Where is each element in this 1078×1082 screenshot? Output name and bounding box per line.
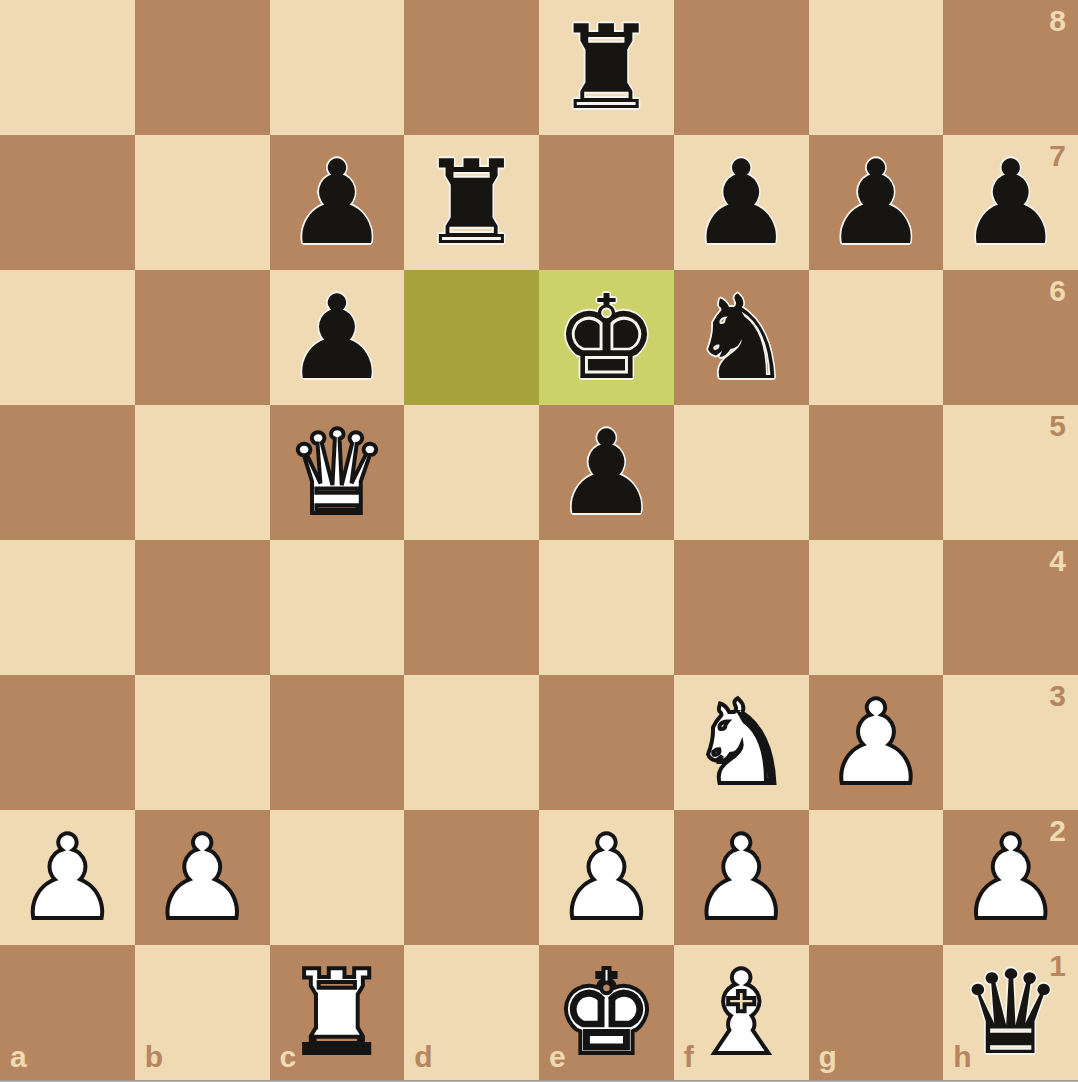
square-h5[interactable]: 5 [943,405,1078,540]
square-g1[interactable]: g [809,945,944,1080]
rank-label-3: 3 [1049,679,1066,713]
white-pawn[interactable]: ♟ [943,810,1078,945]
black-king[interactable]: ♚ [539,270,674,405]
square-a5[interactable] [0,405,135,540]
white-knight[interactable]: ♞ [674,675,809,810]
square-d6[interactable] [404,270,539,405]
square-e2[interactable]: ♟ [539,810,674,945]
black-pawn[interactable]: ♟ [270,135,405,270]
square-a1[interactable]: a [0,945,135,1080]
white-pawn[interactable]: ♟ [135,810,270,945]
square-h6[interactable]: 6 [943,270,1078,405]
white-rook[interactable]: ♜ [270,945,405,1080]
square-c3[interactable] [270,675,405,810]
square-d3[interactable] [404,675,539,810]
square-g3[interactable]: ♟ [809,675,944,810]
rank-label-5: 5 [1049,409,1066,443]
file-label-b: b [145,1040,163,1074]
square-a2[interactable]: ♟ [0,810,135,945]
file-label-d: d [414,1040,432,1074]
square-g8[interactable] [809,0,944,135]
black-pawn[interactable]: ♟ [674,135,809,270]
white-pawn[interactable]: ♟ [539,810,674,945]
square-b6[interactable] [135,270,270,405]
white-king[interactable]: ♚ [539,945,674,1080]
square-b4[interactable] [135,540,270,675]
white-pawn[interactable]: ♟ [674,810,809,945]
square-f7[interactable]: ♟ [674,135,809,270]
square-f6[interactable]: ♞ [674,270,809,405]
chess-board: ♜8♟♜♟♟7♟♟♚♞6♛♟54♞♟3♟♟♟♟2♟abc♜de♚f♝g1h♛ [0,0,1078,1080]
square-f1[interactable]: f♝ [674,945,809,1080]
black-pawn[interactable]: ♟ [809,135,944,270]
square-c5[interactable]: ♛ [270,405,405,540]
square-f4[interactable] [674,540,809,675]
square-g7[interactable]: ♟ [809,135,944,270]
square-d5[interactable] [404,405,539,540]
square-d4[interactable] [404,540,539,675]
square-h4[interactable]: 4 [943,540,1078,675]
square-g4[interactable] [809,540,944,675]
square-h8[interactable]: 8 [943,0,1078,135]
square-g2[interactable] [809,810,944,945]
square-a3[interactable] [0,675,135,810]
square-a4[interactable] [0,540,135,675]
square-c2[interactable] [270,810,405,945]
square-d8[interactable] [404,0,539,135]
square-e5[interactable]: ♟ [539,405,674,540]
square-d1[interactable]: d [404,945,539,1080]
square-e6[interactable]: ♚ [539,270,674,405]
black-rook[interactable]: ♜ [539,0,674,135]
file-label-a: a [10,1040,27,1074]
square-h7[interactable]: 7♟ [943,135,1078,270]
white-pawn[interactable]: ♟ [809,675,944,810]
square-f3[interactable]: ♞ [674,675,809,810]
square-e1[interactable]: e♚ [539,945,674,1080]
square-b2[interactable]: ♟ [135,810,270,945]
square-d7[interactable]: ♜ [404,135,539,270]
square-d2[interactable] [404,810,539,945]
square-c4[interactable] [270,540,405,675]
black-rook[interactable]: ♜ [404,135,539,270]
square-f8[interactable] [674,0,809,135]
square-b7[interactable] [135,135,270,270]
square-b3[interactable] [135,675,270,810]
white-bishop[interactable]: ♝ [674,945,809,1080]
square-e7[interactable] [539,135,674,270]
square-g6[interactable] [809,270,944,405]
square-e3[interactable] [539,675,674,810]
square-c6[interactable]: ♟ [270,270,405,405]
white-pawn[interactable]: ♟ [0,810,135,945]
black-knight[interactable]: ♞ [674,270,809,405]
black-pawn[interactable]: ♟ [270,270,405,405]
rank-label-4: 4 [1049,544,1066,578]
square-a8[interactable] [0,0,135,135]
square-a6[interactable] [0,270,135,405]
square-f5[interactable] [674,405,809,540]
square-e8[interactable]: ♜ [539,0,674,135]
white-queen[interactable]: ♛ [270,405,405,540]
square-h1[interactable]: 1h♛ [943,945,1078,1080]
square-h3[interactable]: 3 [943,675,1078,810]
black-queen[interactable]: ♛ [943,945,1078,1080]
file-label-g: g [819,1040,837,1074]
rank-label-8: 8 [1049,4,1066,38]
square-c7[interactable]: ♟ [270,135,405,270]
square-c8[interactable] [270,0,405,135]
black-pawn[interactable]: ♟ [943,135,1078,270]
black-pawn[interactable]: ♟ [539,405,674,540]
square-g5[interactable] [809,405,944,540]
square-b1[interactable]: b [135,945,270,1080]
square-a7[interactable] [0,135,135,270]
square-b5[interactable] [135,405,270,540]
square-c1[interactable]: c♜ [270,945,405,1080]
rank-label-6: 6 [1049,274,1066,308]
square-e4[interactable] [539,540,674,675]
square-f2[interactable]: ♟ [674,810,809,945]
square-b8[interactable] [135,0,270,135]
square-h2[interactable]: 2♟ [943,810,1078,945]
